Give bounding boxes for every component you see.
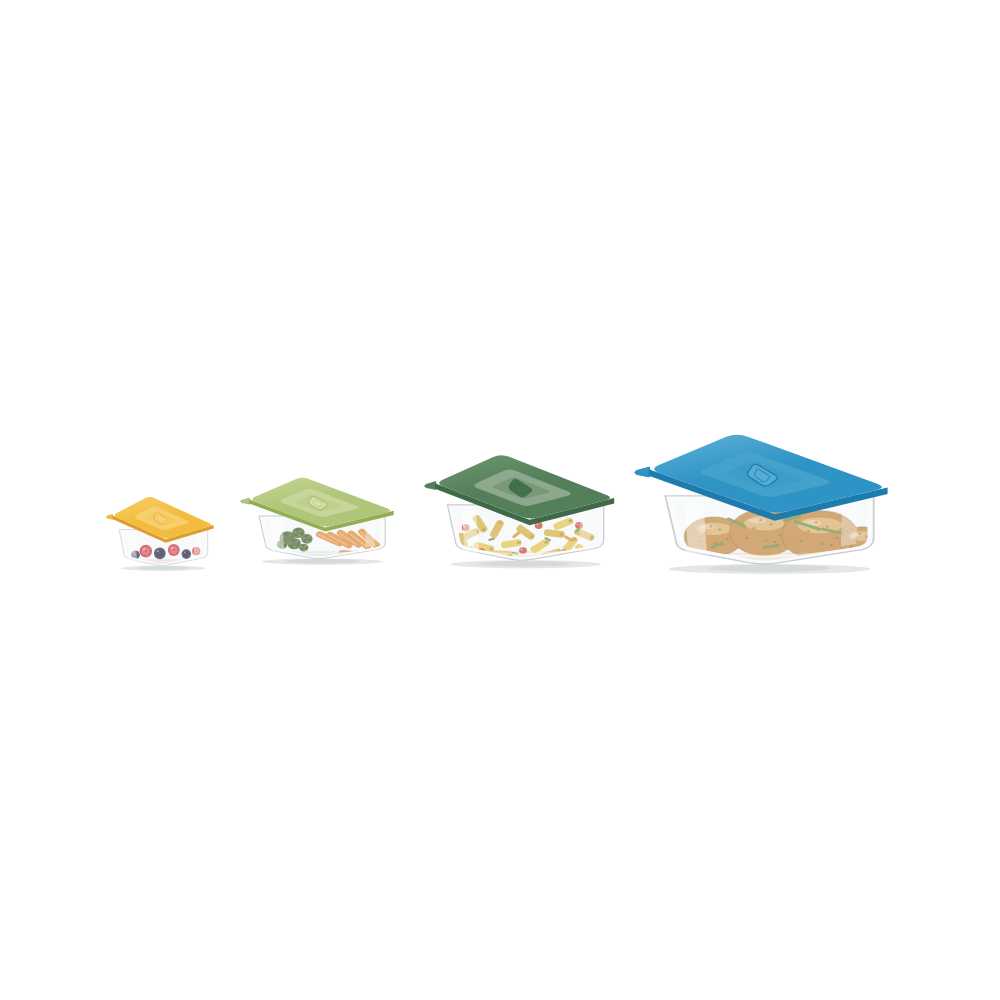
glass-sheen [462,511,479,552]
container-1-extra-small-yellow [106,493,218,572]
lid-tab [106,514,112,519]
container-illustration [240,473,400,566]
lid-tab [241,498,250,504]
drop-shadow [450,560,601,568]
glass-sheen [579,511,592,546]
container-3-medium-dark-green [424,449,622,570]
drop-shadow [261,559,383,565]
product-photo [0,0,1000,1000]
page-background [0,0,1000,1000]
glass-sheen [365,520,376,547]
container-4-large-blue [634,427,898,576]
glass-sheen [194,533,201,556]
glass-sheen [841,503,858,547]
glass-sheen [127,533,137,560]
glass-sheen [271,520,285,552]
lid-tab [425,482,436,490]
container-illustration [424,449,622,570]
glass-sheen [684,503,707,554]
drop-shadow [121,566,206,571]
container-2-small-green [240,473,400,566]
container-illustration [106,493,218,572]
lid-tab [635,467,650,477]
container-illustration [634,427,898,576]
drop-shadow [669,564,870,574]
